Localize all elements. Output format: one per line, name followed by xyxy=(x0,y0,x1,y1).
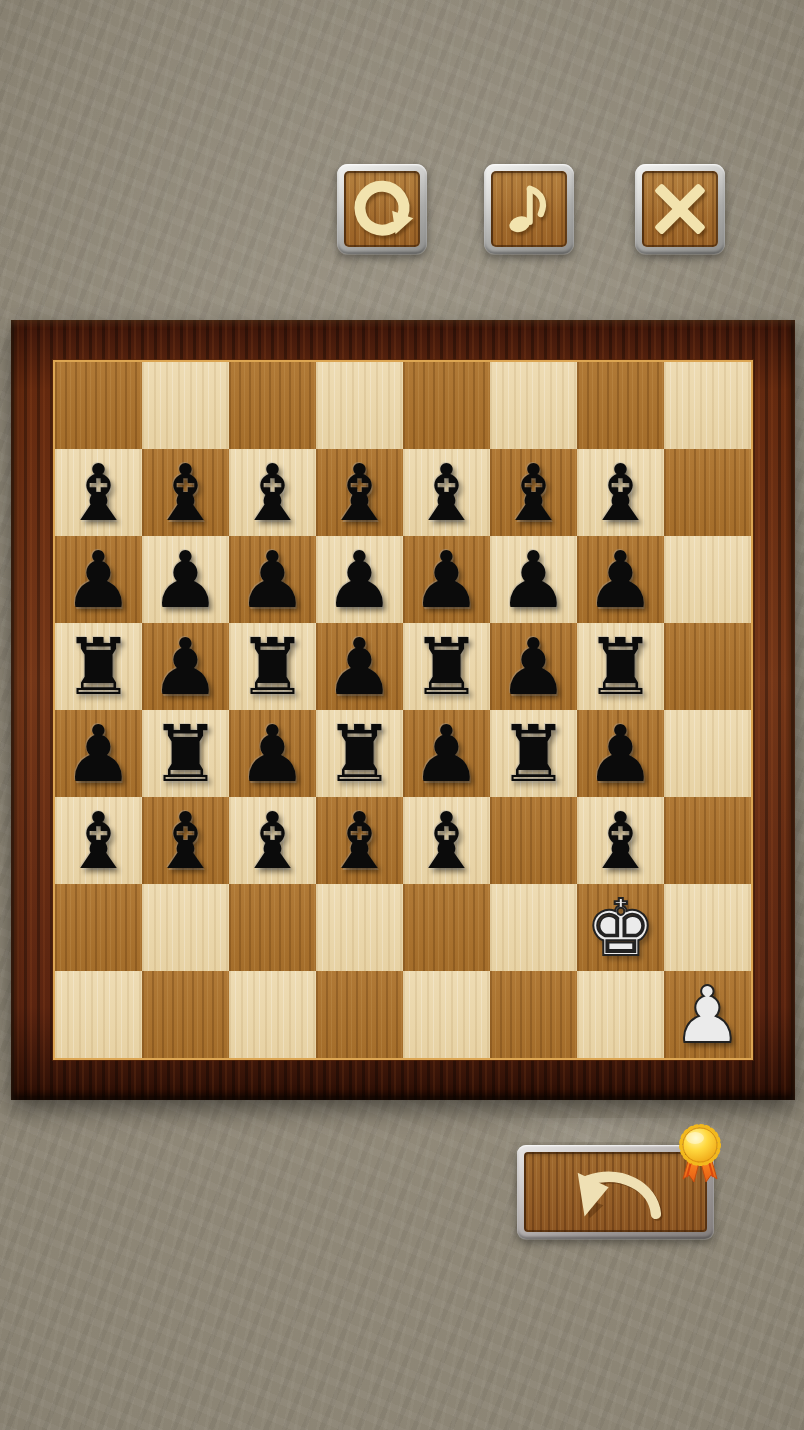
square-f7[interactable]: ♝ xyxy=(490,449,577,536)
square-c6[interactable]: ♟ xyxy=(229,536,316,623)
square-f2[interactable] xyxy=(490,884,577,971)
square-d1[interactable] xyxy=(316,971,403,1058)
square-e7[interactable]: ♝ xyxy=(403,449,490,536)
undo-arrow-icon xyxy=(524,1152,707,1232)
restart-button[interactable] xyxy=(337,164,427,254)
square-e6[interactable]: ♟ xyxy=(403,536,490,623)
white-pawn[interactable]: ♟ xyxy=(673,976,743,1054)
restart-button-wood-panel xyxy=(344,171,420,247)
black-rook[interactable]: ♜ xyxy=(151,715,221,793)
square-d7[interactable]: ♝ xyxy=(316,449,403,536)
black-bishop[interactable]: ♝ xyxy=(238,802,308,880)
square-g8[interactable] xyxy=(577,362,664,449)
black-bishop[interactable]: ♝ xyxy=(586,454,656,532)
square-h7[interactable] xyxy=(664,449,751,536)
black-bishop[interactable]: ♝ xyxy=(151,454,221,532)
black-bishop[interactable]: ♝ xyxy=(325,802,395,880)
square-e3[interactable]: ♝ xyxy=(403,797,490,884)
square-b3[interactable]: ♝ xyxy=(142,797,229,884)
square-d5[interactable]: ♟ xyxy=(316,623,403,710)
black-rook[interactable]: ♜ xyxy=(325,715,395,793)
square-b2[interactable] xyxy=(142,884,229,971)
square-f8[interactable] xyxy=(490,362,577,449)
square-b7[interactable]: ♝ xyxy=(142,449,229,536)
black-pawn[interactable]: ♟ xyxy=(325,541,395,619)
square-c5[interactable]: ♜ xyxy=(229,623,316,710)
square-h2[interactable] xyxy=(664,884,751,971)
square-h5[interactable] xyxy=(664,623,751,710)
black-bishop[interactable]: ♝ xyxy=(412,802,482,880)
square-h3[interactable] xyxy=(664,797,751,884)
square-f5[interactable]: ♟ xyxy=(490,623,577,710)
chess-board-frame: ♝♝♝♝♝♝♝♟♟♟♟♟♟♟♜♟♜♟♜♟♜♟♜♟♜♟♜♟♝♝♝♝♝♝♚♟ xyxy=(11,320,795,1100)
square-g5[interactable]: ♜ xyxy=(577,623,664,710)
music-note-icon xyxy=(491,171,567,247)
square-g3[interactable]: ♝ xyxy=(577,797,664,884)
black-pawn[interactable]: ♟ xyxy=(238,715,308,793)
undo-button[interactable] xyxy=(517,1145,714,1239)
square-d6[interactable]: ♟ xyxy=(316,536,403,623)
sound-button-wood-panel xyxy=(491,171,567,247)
black-pawn[interactable]: ♟ xyxy=(499,541,569,619)
undo-button-wood-panel xyxy=(524,1152,707,1232)
square-g4[interactable]: ♟ xyxy=(577,710,664,797)
square-a3[interactable]: ♝ xyxy=(55,797,142,884)
sound-button[interactable] xyxy=(484,164,574,254)
square-c8[interactable] xyxy=(229,362,316,449)
square-f6[interactable]: ♟ xyxy=(490,536,577,623)
close-button[interactable] xyxy=(635,164,725,254)
restart-icon xyxy=(344,171,420,247)
black-bishop[interactable]: ♝ xyxy=(586,802,656,880)
square-c4[interactable]: ♟ xyxy=(229,710,316,797)
medal-highlight xyxy=(686,1132,704,1144)
square-g7[interactable]: ♝ xyxy=(577,449,664,536)
square-b6[interactable]: ♟ xyxy=(142,536,229,623)
square-d4[interactable]: ♜ xyxy=(316,710,403,797)
square-d8[interactable] xyxy=(316,362,403,449)
square-g2[interactable]: ♚ xyxy=(577,884,664,971)
square-f1[interactable] xyxy=(490,971,577,1058)
square-h4[interactable] xyxy=(664,710,751,797)
square-a2[interactable] xyxy=(55,884,142,971)
black-bishop[interactable]: ♝ xyxy=(64,454,134,532)
black-rook[interactable]: ♜ xyxy=(499,715,569,793)
black-rook[interactable]: ♜ xyxy=(64,628,134,706)
square-b1[interactable] xyxy=(142,971,229,1058)
square-a6[interactable]: ♟ xyxy=(55,536,142,623)
black-pawn[interactable]: ♟ xyxy=(64,715,134,793)
black-bishop[interactable]: ♝ xyxy=(238,454,308,532)
square-e1[interactable] xyxy=(403,971,490,1058)
square-c7[interactable]: ♝ xyxy=(229,449,316,536)
square-h6[interactable] xyxy=(664,536,751,623)
black-bishop[interactable]: ♝ xyxy=(151,802,221,880)
square-e4[interactable]: ♟ xyxy=(403,710,490,797)
black-bishop[interactable]: ♝ xyxy=(412,454,482,532)
background-highlight xyxy=(488,1118,738,1142)
square-f4[interactable]: ♜ xyxy=(490,710,577,797)
black-pawn[interactable]: ♟ xyxy=(151,628,221,706)
black-bishop[interactable]: ♝ xyxy=(499,454,569,532)
black-pawn[interactable]: ♟ xyxy=(64,541,134,619)
square-g1[interactable] xyxy=(577,971,664,1058)
square-a4[interactable]: ♟ xyxy=(55,710,142,797)
square-g6[interactable]: ♟ xyxy=(577,536,664,623)
square-f3[interactable] xyxy=(490,797,577,884)
square-e8[interactable] xyxy=(403,362,490,449)
square-h8[interactable] xyxy=(664,362,751,449)
black-pawn[interactable]: ♟ xyxy=(499,628,569,706)
white-king[interactable]: ♚ xyxy=(586,889,656,967)
square-h1[interactable]: ♟ xyxy=(664,971,751,1058)
square-a1[interactable] xyxy=(55,971,142,1058)
black-pawn[interactable]: ♟ xyxy=(238,541,308,619)
square-b4[interactable]: ♜ xyxy=(142,710,229,797)
black-pawn[interactable]: ♟ xyxy=(325,628,395,706)
square-e5[interactable]: ♜ xyxy=(403,623,490,710)
square-e2[interactable] xyxy=(403,884,490,971)
square-a7[interactable]: ♝ xyxy=(55,449,142,536)
chess-board: ♝♝♝♝♝♝♝♟♟♟♟♟♟♟♜♟♜♟♜♟♜♟♜♟♜♟♜♟♝♝♝♝♝♝♚♟ xyxy=(53,360,753,1060)
black-bishop[interactable]: ♝ xyxy=(64,802,134,880)
square-d2[interactable] xyxy=(316,884,403,971)
black-rook[interactable]: ♜ xyxy=(238,628,308,706)
app-screen: ♝♝♝♝♝♝♝♟♟♟♟♟♟♟♜♟♜♟♜♟♜♟♜♟♜♟♜♟♝♝♝♝♝♝♚♟ xyxy=(0,0,804,1430)
square-b8[interactable] xyxy=(142,362,229,449)
square-b5[interactable]: ♟ xyxy=(142,623,229,710)
black-bishop[interactable]: ♝ xyxy=(325,454,395,532)
square-d3[interactable]: ♝ xyxy=(316,797,403,884)
square-c2[interactable] xyxy=(229,884,316,971)
black-pawn[interactable]: ♟ xyxy=(586,715,656,793)
black-rook[interactable]: ♜ xyxy=(586,628,656,706)
close-icon xyxy=(642,171,718,247)
board-grid: ♝♝♝♝♝♝♝♟♟♟♟♟♟♟♜♟♜♟♜♟♜♟♜♟♜♟♜♟♝♝♝♝♝♝♚♟ xyxy=(55,362,751,1058)
square-c3[interactable]: ♝ xyxy=(229,797,316,884)
black-pawn[interactable]: ♟ xyxy=(586,541,656,619)
square-a5[interactable]: ♜ xyxy=(55,623,142,710)
close-button-wood-panel xyxy=(642,171,718,247)
square-a8[interactable] xyxy=(55,362,142,449)
black-rook[interactable]: ♜ xyxy=(412,628,482,706)
black-pawn[interactable]: ♟ xyxy=(412,715,482,793)
black-pawn[interactable]: ♟ xyxy=(151,541,221,619)
square-c1[interactable] xyxy=(229,971,316,1058)
black-pawn[interactable]: ♟ xyxy=(412,541,482,619)
